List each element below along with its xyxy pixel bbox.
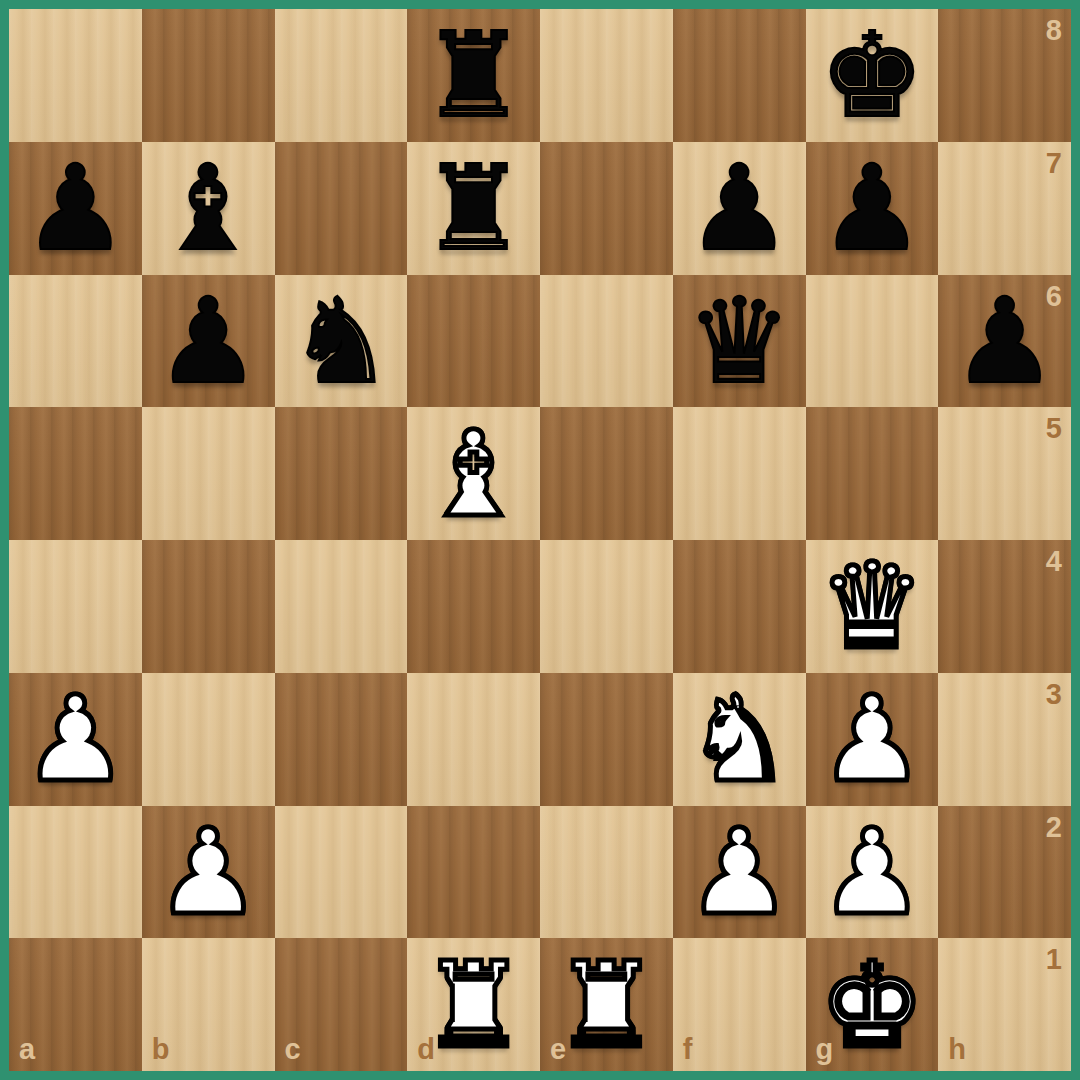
square-c4[interactable] [275, 540, 408, 673]
square-a1[interactable]: a [9, 938, 142, 1071]
square-b4[interactable] [142, 540, 275, 673]
black-rook-d7[interactable]: ♜ [407, 142, 540, 275]
black-king-g8[interactable]: ♚ [806, 9, 939, 142]
square-e6[interactable] [540, 275, 673, 408]
square-a5[interactable] [9, 407, 142, 540]
file-label-f: f [683, 1033, 693, 1066]
square-h1[interactable]: 1h [938, 938, 1071, 1071]
rank-label-3: 3 [1046, 678, 1062, 711]
white-pawn-g3[interactable]: ♟ [806, 673, 939, 806]
square-f8[interactable] [673, 9, 806, 142]
rank-label-5: 5 [1046, 412, 1062, 445]
square-h3[interactable]: 3 [938, 673, 1071, 806]
file-label-g: g [816, 1033, 834, 1066]
square-h2[interactable]: 2 [938, 806, 1071, 939]
square-f4[interactable] [673, 540, 806, 673]
square-c5[interactable] [275, 407, 408, 540]
square-g3[interactable]: ♟ [806, 673, 939, 806]
square-d4[interactable] [407, 540, 540, 673]
file-label-b: b [152, 1033, 170, 1066]
square-h4[interactable]: 4 [938, 540, 1071, 673]
square-e4[interactable] [540, 540, 673, 673]
square-g2[interactable]: ♟ [806, 806, 939, 939]
square-b5[interactable] [142, 407, 275, 540]
black-rook-d8[interactable]: ♜ [407, 9, 540, 142]
rank-label-7: 7 [1046, 147, 1062, 180]
rank-label-2: 2 [1046, 811, 1062, 844]
white-pawn-f2[interactable]: ♟ [673, 806, 806, 939]
black-queen-f6[interactable]: ♛ [673, 275, 806, 408]
square-e1[interactable]: e♜ [540, 938, 673, 1071]
square-e8[interactable] [540, 9, 673, 142]
square-b6[interactable]: ♟ [142, 275, 275, 408]
square-c8[interactable] [275, 9, 408, 142]
square-d8[interactable]: ♜ [407, 9, 540, 142]
square-e3[interactable] [540, 673, 673, 806]
square-a6[interactable] [9, 275, 142, 408]
square-g1[interactable]: g♚ [806, 938, 939, 1071]
file-label-a: a [19, 1033, 35, 1066]
square-h7[interactable]: 7 [938, 142, 1071, 275]
square-b3[interactable] [142, 673, 275, 806]
square-f7[interactable]: ♟ [673, 142, 806, 275]
rank-label-8: 8 [1046, 14, 1062, 47]
square-e5[interactable] [540, 407, 673, 540]
black-pawn-g7[interactable]: ♟ [806, 142, 939, 275]
black-bishop-b7[interactable]: ♝ [142, 142, 275, 275]
square-a7[interactable]: ♟ [9, 142, 142, 275]
square-f3[interactable]: ♞ [673, 673, 806, 806]
square-c2[interactable] [275, 806, 408, 939]
rank-label-1: 1 [1046, 943, 1062, 976]
square-d7[interactable]: ♜ [407, 142, 540, 275]
square-f6[interactable]: ♛ [673, 275, 806, 408]
white-pawn-g2[interactable]: ♟ [806, 806, 939, 939]
square-g8[interactable]: ♚ [806, 9, 939, 142]
square-h8[interactable]: 8 [938, 9, 1071, 142]
chess-board: ♜♚8♟♝♜♟♟7♟♞♛6♟♝5♛4♟♞♟3♟♟♟2abcd♜e♜fg♚1h [9, 9, 1071, 1071]
white-bishop-d5[interactable]: ♝ [407, 407, 540, 540]
square-d1[interactable]: d♜ [407, 938, 540, 1071]
square-a4[interactable] [9, 540, 142, 673]
square-g7[interactable]: ♟ [806, 142, 939, 275]
square-a2[interactable] [9, 806, 142, 939]
square-f2[interactable]: ♟ [673, 806, 806, 939]
square-c3[interactable] [275, 673, 408, 806]
file-label-e: e [550, 1033, 566, 1066]
file-label-h: h [948, 1033, 966, 1066]
black-pawn-f7[interactable]: ♟ [673, 142, 806, 275]
white-pawn-a3[interactable]: ♟ [9, 673, 142, 806]
black-pawn-b6[interactable]: ♟ [142, 275, 275, 408]
rank-label-4: 4 [1046, 545, 1062, 578]
square-b1[interactable]: b [142, 938, 275, 1071]
square-a8[interactable] [9, 9, 142, 142]
square-b8[interactable] [142, 9, 275, 142]
square-e2[interactable] [540, 806, 673, 939]
rank-label-6: 6 [1046, 280, 1062, 313]
square-f1[interactable]: f [673, 938, 806, 1071]
black-knight-c6[interactable]: ♞ [275, 275, 408, 408]
square-g6[interactable] [806, 275, 939, 408]
square-h5[interactable]: 5 [938, 407, 1071, 540]
square-d2[interactable] [407, 806, 540, 939]
square-a3[interactable]: ♟ [9, 673, 142, 806]
white-knight-f3[interactable]: ♞ [673, 673, 806, 806]
square-c6[interactable]: ♞ [275, 275, 408, 408]
square-e7[interactable] [540, 142, 673, 275]
square-c1[interactable]: c [275, 938, 408, 1071]
file-label-d: d [417, 1033, 435, 1066]
square-c7[interactable] [275, 142, 408, 275]
square-f5[interactable] [673, 407, 806, 540]
white-queen-g4[interactable]: ♛ [806, 540, 939, 673]
black-pawn-a7[interactable]: ♟ [9, 142, 142, 275]
white-pawn-b2[interactable]: ♟ [142, 806, 275, 939]
square-b2[interactable]: ♟ [142, 806, 275, 939]
square-b7[interactable]: ♝ [142, 142, 275, 275]
board-frame: ♜♚8♟♝♜♟♟7♟♞♛6♟♝5♛4♟♞♟3♟♟♟2abcd♜e♜fg♚1h [0, 0, 1080, 1080]
square-d6[interactable] [407, 275, 540, 408]
file-label-c: c [285, 1033, 301, 1066]
square-d5[interactable]: ♝ [407, 407, 540, 540]
square-g5[interactable] [806, 407, 939, 540]
square-g4[interactable]: ♛ [806, 540, 939, 673]
square-d3[interactable] [407, 673, 540, 806]
square-h6[interactable]: 6♟ [938, 275, 1071, 408]
